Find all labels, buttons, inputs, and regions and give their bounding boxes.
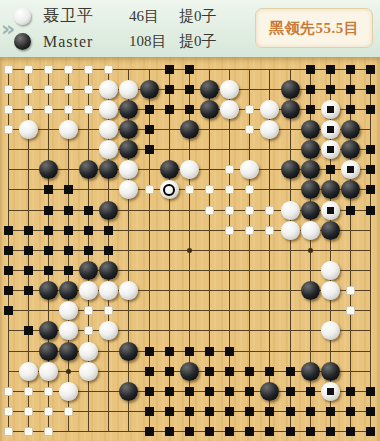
white-stone	[119, 80, 138, 99]
white-territory-marker	[44, 65, 53, 74]
black-territory-marker	[104, 246, 113, 255]
dead-white-stone	[321, 100, 340, 119]
black-stone	[39, 281, 58, 300]
white-stone	[119, 281, 138, 300]
black-territory-marker	[185, 347, 194, 356]
black-territory-marker	[245, 367, 254, 376]
black-stone	[180, 362, 199, 381]
white-territory-marker	[24, 387, 33, 396]
white-stone	[240, 160, 259, 179]
black-territory-marker	[4, 306, 13, 315]
black-stone	[99, 261, 118, 280]
black-territory-marker	[145, 347, 154, 356]
white-territory-marker	[245, 125, 254, 134]
white-stone	[281, 201, 300, 220]
black-territory-marker	[165, 407, 174, 416]
dead-stone-marker-icon	[327, 106, 334, 113]
white-territory-marker	[4, 427, 13, 436]
white-territory-marker	[4, 85, 13, 94]
grid-line-vertical	[249, 69, 250, 432]
go-app-window: » 聂卫平 46目 提0子 Master 108目 提0子 黑领先55.5目	[0, 0, 380, 441]
black-territory-marker	[64, 266, 73, 275]
black-captures-count: 提0子	[179, 32, 217, 51]
black-territory-marker	[4, 226, 13, 235]
black-territory-marker	[346, 65, 355, 74]
black-stone	[301, 201, 320, 220]
black-territory-marker	[326, 407, 335, 416]
black-territory-marker	[326, 85, 335, 94]
black-territory-marker	[185, 427, 194, 436]
black-territory-marker	[24, 266, 33, 275]
white-stone	[39, 362, 58, 381]
black-territory-marker	[366, 387, 375, 396]
white-player-name: 聂卫平	[43, 6, 129, 27]
black-stone	[301, 160, 320, 179]
black-territory-marker	[44, 206, 53, 215]
black-stone	[119, 382, 138, 401]
white-territory-marker	[64, 407, 73, 416]
black-stone	[119, 140, 138, 159]
black-territory-marker	[44, 266, 53, 275]
black-territory-marker	[24, 246, 33, 255]
white-territory-marker	[24, 105, 33, 114]
white-territory-marker	[44, 407, 53, 416]
black-territory-marker	[366, 165, 375, 174]
black-stone	[119, 342, 138, 361]
black-territory-count: 108目	[129, 32, 179, 51]
white-territory-marker	[64, 105, 73, 114]
black-stone	[79, 160, 98, 179]
white-territory-marker	[185, 185, 194, 194]
white-stone	[99, 100, 118, 119]
dead-stone-marker-icon	[327, 207, 334, 214]
grid-line-vertical	[290, 69, 291, 432]
white-territory-marker	[4, 125, 13, 134]
black-territory-marker	[84, 226, 93, 235]
black-stone-icon	[14, 33, 31, 50]
black-territory-marker	[306, 85, 315, 94]
black-territory-marker	[64, 206, 73, 215]
black-territory-marker	[64, 226, 73, 235]
black-territory-marker	[145, 145, 154, 154]
white-territory-marker	[44, 427, 53, 436]
black-stone	[39, 321, 58, 340]
black-territory-marker	[185, 105, 194, 114]
white-stone	[321, 321, 340, 340]
black-stone	[119, 100, 138, 119]
black-territory-marker	[4, 286, 13, 295]
white-stone	[220, 80, 239, 99]
white-territory-marker	[245, 206, 254, 215]
black-stone	[341, 140, 360, 159]
black-stone	[99, 201, 118, 220]
black-territory-marker	[145, 387, 154, 396]
black-territory-marker	[366, 427, 375, 436]
white-territory-marker	[245, 185, 254, 194]
dead-white-stone	[321, 382, 340, 401]
black-territory-marker	[44, 226, 53, 235]
black-stone	[301, 120, 320, 139]
black-territory-marker	[366, 85, 375, 94]
white-stone	[59, 120, 78, 139]
black-stone	[301, 362, 320, 381]
black-stone	[39, 342, 58, 361]
black-territory-marker	[366, 407, 375, 416]
black-territory-marker	[165, 65, 174, 74]
grid-line-vertical	[209, 69, 210, 432]
white-territory-marker	[225, 226, 234, 235]
player-row-black: Master 108目 提0子	[14, 29, 217, 54]
dead-stone-marker-icon	[327, 146, 334, 153]
black-stone	[59, 342, 78, 361]
black-territory-marker	[165, 105, 174, 114]
black-player-name: Master	[43, 33, 129, 51]
black-stone	[180, 120, 199, 139]
black-territory-marker	[64, 246, 73, 255]
black-territory-marker	[306, 105, 315, 114]
white-stone	[79, 342, 98, 361]
dead-stone-marker-icon	[327, 126, 334, 133]
black-territory-marker	[306, 65, 315, 74]
black-territory-marker	[205, 387, 214, 396]
black-territory-marker	[205, 427, 214, 436]
black-territory-marker	[225, 387, 234, 396]
white-stone	[79, 281, 98, 300]
white-stone	[19, 362, 38, 381]
white-territory-marker	[84, 306, 93, 315]
white-territory-marker	[104, 306, 113, 315]
white-stone	[260, 100, 279, 119]
black-territory-marker	[205, 347, 214, 356]
black-territory-marker	[346, 407, 355, 416]
player-list: 聂卫平 46目 提0子 Master 108目 提0子	[14, 4, 217, 54]
grid-line-vertical	[229, 69, 230, 432]
black-territory-marker	[225, 427, 234, 436]
go-board[interactable]	[0, 57, 380, 441]
black-stone	[160, 160, 179, 179]
black-territory-marker	[225, 367, 234, 376]
white-stone	[59, 321, 78, 340]
star-point	[187, 248, 192, 253]
black-stone	[39, 160, 58, 179]
black-territory-marker	[366, 185, 375, 194]
white-stone	[59, 382, 78, 401]
star-point	[66, 369, 71, 374]
lead-status-badge: 黑领先55.5目	[255, 8, 373, 48]
white-stone	[19, 120, 38, 139]
black-territory-marker	[366, 65, 375, 74]
black-territory-marker	[366, 206, 375, 215]
black-territory-marker	[185, 85, 194, 94]
white-territory-marker	[44, 105, 53, 114]
white-territory-marker	[205, 206, 214, 215]
black-territory-marker	[165, 427, 174, 436]
black-territory-marker	[245, 407, 254, 416]
black-territory-marker	[205, 407, 214, 416]
grid-line-vertical	[370, 69, 371, 432]
white-stone	[180, 160, 199, 179]
black-territory-marker	[346, 85, 355, 94]
white-stone	[119, 160, 138, 179]
white-stone	[99, 321, 118, 340]
black-stone	[119, 120, 138, 139]
black-territory-marker	[326, 165, 335, 174]
black-stone	[301, 140, 320, 159]
dead-stone-marker-icon	[347, 166, 354, 173]
white-territory-marker	[145, 185, 154, 194]
black-territory-marker	[366, 105, 375, 114]
white-territory-marker	[84, 85, 93, 94]
score-header: » 聂卫平 46目 提0子 Master 108目 提0子 黑领先55.5目	[0, 0, 380, 57]
black-territory-marker	[24, 326, 33, 335]
black-territory-marker	[165, 347, 174, 356]
player-row-white: 聂卫平 46目 提0子	[14, 4, 217, 29]
black-territory-marker	[185, 387, 194, 396]
black-territory-marker	[306, 407, 315, 416]
black-territory-marker	[205, 367, 214, 376]
black-territory-marker	[145, 367, 154, 376]
white-territory-marker	[4, 65, 13, 74]
dead-white-stone	[321, 201, 340, 220]
black-stone	[281, 100, 300, 119]
black-territory-marker	[24, 226, 33, 235]
white-territory-marker	[225, 165, 234, 174]
white-territory-marker	[44, 85, 53, 94]
black-territory-marker	[346, 427, 355, 436]
black-stone	[140, 80, 159, 99]
black-stone	[341, 180, 360, 199]
black-territory-marker	[165, 387, 174, 396]
black-territory-marker	[265, 407, 274, 416]
black-territory-marker	[366, 145, 375, 154]
white-stone-icon	[14, 8, 31, 25]
black-territory-marker	[265, 367, 274, 376]
black-stone	[59, 281, 78, 300]
white-territory-marker	[64, 65, 73, 74]
white-stone	[99, 80, 118, 99]
black-territory-marker	[44, 185, 53, 194]
last-move-white-stone	[160, 180, 179, 199]
dead-white-stone	[341, 160, 360, 179]
white-territory-marker	[4, 387, 13, 396]
white-territory-marker	[84, 65, 93, 74]
white-territory-marker	[205, 185, 214, 194]
black-territory-marker	[4, 266, 13, 275]
white-captures-count: 提0子	[179, 7, 217, 26]
black-territory-marker	[185, 65, 194, 74]
white-stone	[99, 281, 118, 300]
black-territory-marker	[145, 125, 154, 134]
black-territory-marker	[225, 347, 234, 356]
white-territory-marker	[84, 326, 93, 335]
black-territory-marker	[306, 427, 315, 436]
black-territory-marker	[24, 286, 33, 295]
black-territory-marker	[145, 407, 154, 416]
white-stone	[321, 281, 340, 300]
black-territory-marker	[245, 427, 254, 436]
black-stone	[200, 100, 219, 119]
black-territory-marker	[326, 65, 335, 74]
black-territory-marker	[145, 427, 154, 436]
black-territory-marker	[326, 427, 335, 436]
white-territory-marker	[265, 226, 274, 235]
black-stone	[321, 221, 340, 240]
black-territory-marker	[286, 407, 295, 416]
black-territory-marker	[165, 367, 174, 376]
white-territory-marker	[346, 306, 355, 315]
white-territory-marker	[64, 85, 73, 94]
black-territory-marker	[64, 185, 73, 194]
white-stone	[99, 120, 118, 139]
white-territory-marker	[24, 65, 33, 74]
black-territory-marker	[145, 105, 154, 114]
white-stone	[119, 180, 138, 199]
black-territory-marker	[265, 427, 274, 436]
white-stone	[99, 140, 118, 159]
dead-stone-marker-icon	[327, 388, 334, 395]
black-territory-marker	[225, 407, 234, 416]
black-stone	[99, 160, 118, 179]
black-territory-marker	[286, 427, 295, 436]
white-territory-marker	[24, 427, 33, 436]
black-territory-marker	[165, 85, 174, 94]
white-territory-count: 46目	[129, 7, 179, 26]
white-territory-marker	[84, 105, 93, 114]
black-stone	[341, 120, 360, 139]
black-territory-marker	[346, 105, 355, 114]
white-territory-marker	[24, 407, 33, 416]
black-territory-marker	[104, 226, 113, 235]
black-territory-marker	[346, 206, 355, 215]
white-stone	[220, 100, 239, 119]
white-stone	[301, 221, 320, 240]
white-stone	[281, 221, 300, 240]
black-stone	[260, 382, 279, 401]
last-move-circle-icon	[163, 184, 175, 196]
black-territory-marker	[84, 246, 93, 255]
white-territory-marker	[245, 105, 254, 114]
black-territory-marker	[286, 387, 295, 396]
dead-white-stone	[321, 140, 340, 159]
dead-white-stone	[321, 120, 340, 139]
white-territory-marker	[4, 407, 13, 416]
white-stone	[59, 301, 78, 320]
star-point	[308, 248, 313, 253]
black-territory-marker	[185, 407, 194, 416]
black-stone	[301, 281, 320, 300]
black-territory-marker	[44, 246, 53, 255]
black-stone	[281, 160, 300, 179]
white-stone	[79, 362, 98, 381]
black-territory-marker	[286, 367, 295, 376]
black-stone	[200, 80, 219, 99]
white-territory-marker	[225, 206, 234, 215]
white-territory-marker	[24, 85, 33, 94]
black-stone	[79, 261, 98, 280]
white-territory-marker	[245, 226, 254, 235]
white-stone	[260, 120, 279, 139]
white-territory-marker	[104, 65, 113, 74]
white-territory-marker	[265, 206, 274, 215]
black-territory-marker	[346, 387, 355, 396]
black-stone	[321, 362, 340, 381]
black-stone	[281, 80, 300, 99]
black-territory-marker	[245, 387, 254, 396]
black-stone	[321, 180, 340, 199]
white-stone	[321, 261, 340, 280]
white-territory-marker	[4, 105, 13, 114]
white-territory-marker	[346, 286, 355, 295]
white-territory-marker	[225, 185, 234, 194]
grid-line-horizontal	[8, 270, 371, 271]
black-territory-marker	[306, 387, 315, 396]
black-stone	[301, 180, 320, 199]
black-territory-marker	[84, 206, 93, 215]
black-territory-marker	[4, 246, 13, 255]
white-territory-marker	[44, 387, 53, 396]
